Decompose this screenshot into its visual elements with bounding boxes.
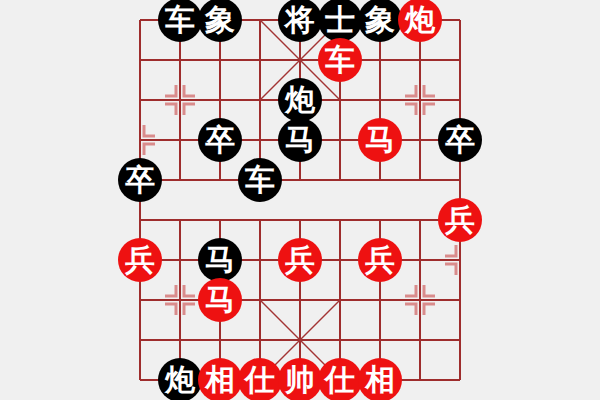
piece-black-cannon[interactable]: 炮 (158, 358, 202, 400)
piece-black-horse[interactable]: 马 (198, 238, 242, 282)
piece-red-horse[interactable]: 马 (358, 118, 402, 162)
piece-black-horse[interactable]: 马 (278, 118, 322, 162)
piece-red-soldier[interactable]: 兵 (118, 238, 162, 282)
piece-black-elephant[interactable]: 象 (358, 0, 402, 42)
piece-red-chariot[interactable]: 车 (318, 38, 362, 82)
piece-red-soldier[interactable]: 兵 (358, 238, 402, 282)
piece-red-elephant[interactable]: 相 (358, 358, 402, 400)
piece-black-soldier[interactable]: 卒 (198, 118, 242, 162)
piece-black-chariot[interactable]: 车 (238, 158, 282, 202)
xiangqi-app: 车象将士象炮车炮卒马马卒卒车兵兵马兵兵马炮相仕帅仕相 (0, 0, 600, 400)
piece-black-soldier[interactable]: 卒 (118, 158, 162, 202)
piece-red-elephant[interactable]: 相 (198, 358, 242, 400)
piece-red-soldier[interactable]: 兵 (438, 198, 482, 242)
pieces-layer: 车象将士象炮车炮卒马马卒卒车兵兵马兵兵马炮相仕帅仕相 (120, 0, 480, 400)
piece-black-general[interactable]: 将 (278, 0, 322, 42)
piece-black-advisor[interactable]: 士 (318, 0, 362, 42)
piece-red-advisor[interactable]: 仕 (318, 358, 362, 400)
piece-red-horse[interactable]: 马 (198, 278, 242, 322)
piece-red-advisor[interactable]: 仕 (238, 358, 282, 400)
piece-black-chariot[interactable]: 车 (158, 0, 202, 42)
piece-black-soldier[interactable]: 卒 (438, 118, 482, 162)
piece-red-general[interactable]: 帅 (278, 358, 322, 400)
piece-black-cannon[interactable]: 炮 (278, 78, 322, 122)
piece-red-soldier[interactable]: 兵 (278, 238, 322, 282)
piece-black-elephant[interactable]: 象 (198, 0, 242, 42)
piece-red-cannon[interactable]: 炮 (398, 0, 442, 42)
